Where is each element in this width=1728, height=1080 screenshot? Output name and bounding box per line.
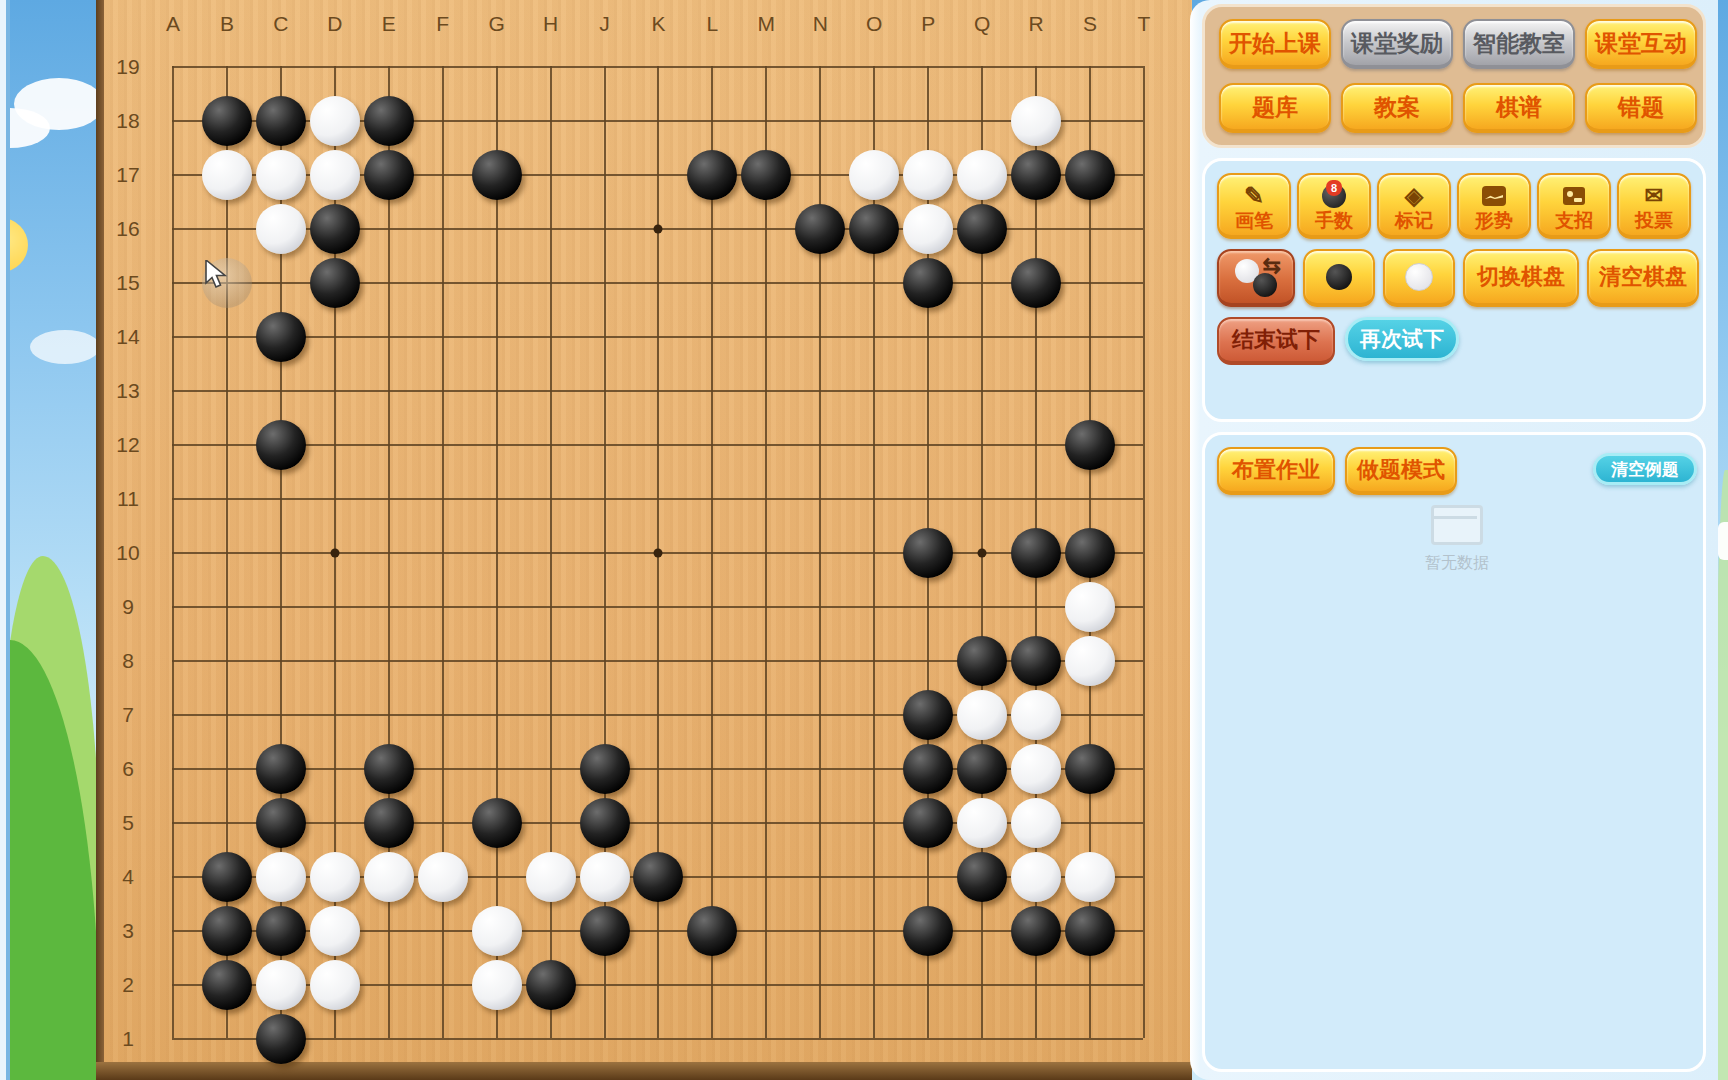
stone-white-Q5 (957, 798, 1007, 848)
col-label-K: K (651, 12, 665, 36)
assign-homework-button[interactable]: 布置作业 (1217, 447, 1335, 495)
top-button-3[interactable]: 课堂互动 (1585, 19, 1697, 69)
stone-black-S10 (1065, 528, 1115, 578)
stone-white-R5 (1011, 798, 1061, 848)
stone-black-C6 (256, 744, 306, 794)
stone-black-J5 (580, 798, 630, 848)
cloud-graphic (30, 330, 100, 364)
stone-white-R6 (1011, 744, 1061, 794)
stone-black-R15 (1011, 258, 1061, 308)
hint-icon (1563, 183, 1585, 209)
white-stone-button[interactable] (1383, 249, 1455, 307)
empty-state: 暂无数据 (1205, 505, 1709, 574)
stone-white-J4 (580, 852, 630, 902)
stone-black-O16 (849, 204, 899, 254)
stone-black-P5 (903, 798, 953, 848)
tool-button-move-count-icon[interactable]: 8 手数 (1297, 173, 1371, 239)
row-label-18: 18 (116, 109, 139, 133)
row-label-10: 10 (116, 541, 139, 565)
stone-black-G17 (472, 150, 522, 200)
stone-black-R3 (1011, 906, 1061, 956)
empty-state-text: 暂无数据 (1425, 553, 1489, 574)
stone-black-C14 (256, 312, 306, 362)
territory-chart-icon (1482, 183, 1506, 209)
stone-black-S12 (1065, 420, 1115, 470)
grid-vline (1143, 66, 1145, 1038)
grid-vline (765, 66, 767, 1038)
row-label-15: 15 (116, 271, 139, 295)
library-button-2[interactable]: 棋谱 (1463, 83, 1575, 133)
row-label-5: 5 (122, 811, 134, 835)
tool-button-marker-icon[interactable]: ◈ 标记 (1377, 173, 1451, 239)
black-stone-icon (1326, 264, 1352, 290)
stone-black-M17 (741, 150, 791, 200)
marker-icon: ◈ (1405, 183, 1423, 209)
stone-black-J3 (580, 906, 630, 956)
stone-white-B17 (202, 150, 252, 200)
col-label-G: G (488, 12, 504, 36)
col-label-R: R (1028, 12, 1043, 36)
stone-white-C4 (256, 852, 306, 902)
board-bottom-border (96, 1062, 1192, 1080)
stone-white-R18 (1011, 96, 1061, 146)
stone-black-S3 (1065, 906, 1115, 956)
move-count-icon: 8 (1322, 183, 1346, 209)
stone-black-C18 (256, 96, 306, 146)
col-label-H: H (543, 12, 558, 36)
stone-black-E5 (364, 798, 414, 848)
clear-examples-button[interactable]: 清空例题 (1593, 453, 1697, 485)
stone-black-P15 (903, 258, 953, 308)
stone-black-R10 (1011, 528, 1061, 578)
stone-white-P17 (903, 150, 953, 200)
row-label-6: 6 (122, 757, 134, 781)
stone-black-J6 (580, 744, 630, 794)
stone-white-D2 (310, 960, 360, 1010)
row-label-2: 2 (122, 973, 134, 997)
tools-card: ✎ 画笔 8 手数 ◈ 标记 形势 支招 ✉ 投票 ⇆ 切换棋盘 清空棋盘结束试… (1202, 158, 1706, 422)
row-label-19: 19 (116, 55, 139, 79)
row-label-9: 9 (122, 595, 134, 619)
white-stone-icon (1405, 263, 1433, 291)
stone-black-C5 (256, 798, 306, 848)
library-button-3[interactable]: 错题 (1585, 83, 1697, 133)
tool-button-vote-icon[interactable]: ✉ 投票 (1617, 173, 1691, 239)
control-panel: 开始上课课堂奖励智能教室课堂互动题库教案棋谱错题 ✎ 画笔 8 手数 ◈ 标记 … (1190, 0, 1718, 1080)
top-button-1[interactable]: 课堂奖励 (1341, 19, 1453, 69)
stone-white-P16 (903, 204, 953, 254)
stone-black-C1 (256, 1014, 306, 1064)
stone-black-P10 (903, 528, 953, 578)
stone-black-Q6 (957, 744, 1007, 794)
row-label-7: 7 (122, 703, 134, 727)
row-label-14: 14 (116, 325, 139, 349)
col-label-A: A (166, 12, 180, 36)
row-label-13: 13 (116, 379, 139, 403)
stone-white-C2 (256, 960, 306, 1010)
empty-box-icon (1431, 505, 1483, 545)
stone-black-H2 (526, 960, 576, 1010)
stone-black-Q4 (957, 852, 1007, 902)
stone-white-R4 (1011, 852, 1061, 902)
col-label-T: T (1137, 12, 1150, 36)
col-label-N: N (813, 12, 828, 36)
stone-white-Q7 (957, 690, 1007, 740)
stone-white-C17 (256, 150, 306, 200)
col-label-C: C (273, 12, 288, 36)
library-button-1[interactable]: 教案 (1341, 83, 1453, 133)
exercise-mode-button[interactable]: 做题模式 (1345, 447, 1457, 495)
stone-black-P7 (903, 690, 953, 740)
stone-black-Q16 (957, 204, 1007, 254)
stone-black-S6 (1065, 744, 1115, 794)
stone-black-E17 (364, 150, 414, 200)
grid-vline (496, 66, 498, 1038)
row-label-11: 11 (117, 487, 139, 511)
col-label-Q: Q (974, 12, 990, 36)
stone-white-D3 (310, 906, 360, 956)
top-button-0[interactable]: 开始上课 (1219, 19, 1331, 69)
stone-black-D15 (310, 258, 360, 308)
class-actions-card: 开始上课课堂奖励智能教室课堂互动题库教案棋谱错题 (1202, 4, 1706, 148)
stone-black-B4 (202, 852, 252, 902)
stone-black-P6 (903, 744, 953, 794)
grid-hline (172, 1038, 1143, 1040)
stone-white-E4 (364, 852, 414, 902)
col-label-D: D (327, 12, 342, 36)
stone-white-D18 (310, 96, 360, 146)
swap-stones-button[interactable]: ⇆ (1217, 249, 1295, 307)
col-label-E: E (382, 12, 396, 36)
vote-icon: ✉ (1645, 183, 1663, 209)
stone-white-R7 (1011, 690, 1061, 740)
library-button-0[interactable]: 题库 (1219, 83, 1331, 133)
row-label-3: 3 (122, 919, 134, 943)
stone-black-C3 (256, 906, 306, 956)
stone-white-S4 (1065, 852, 1115, 902)
col-label-B: B (220, 12, 234, 36)
clear-board-button[interactable]: 清空棋盘 (1587, 249, 1699, 307)
row-label-16: 16 (116, 217, 139, 241)
stone-white-G2 (472, 960, 522, 1010)
board-left-border (96, 0, 104, 1080)
stone-black-E18 (364, 96, 414, 146)
tool-button-territory-chart-icon[interactable]: 形势 (1457, 173, 1531, 239)
stone-white-D4 (310, 852, 360, 902)
black-stone-button[interactable] (1303, 249, 1375, 307)
stone-black-L17 (687, 150, 737, 200)
row-label-8: 8 (122, 649, 134, 673)
top-button-2[interactable]: 智能教室 (1463, 19, 1575, 69)
stone-black-K4 (633, 852, 683, 902)
switch-board-button[interactable]: 切换棋盘 (1463, 249, 1579, 307)
stone-black-B18 (202, 96, 252, 146)
stone-white-S9 (1065, 582, 1115, 632)
homework-card: 暂无数据 布置作业 做题模式 清空例题 (1202, 432, 1706, 1072)
grid-vline (711, 66, 713, 1038)
stone-white-S8 (1065, 636, 1115, 686)
stone-black-B3 (202, 906, 252, 956)
stone-black-C12 (256, 420, 306, 470)
col-label-L: L (707, 12, 719, 36)
stone-black-L3 (687, 906, 737, 956)
tool-button-pencil-icon[interactable]: ✎ 画笔 (1217, 173, 1291, 239)
right-panel-sliver (1718, 522, 1728, 560)
stone-white-O17 (849, 150, 899, 200)
col-label-F: F (436, 12, 449, 36)
stone-white-H4 (526, 852, 576, 902)
col-label-O: O (866, 12, 882, 36)
stone-black-R8 (1011, 636, 1061, 686)
stone-white-F4 (418, 852, 468, 902)
stone-white-D17 (310, 150, 360, 200)
grid-vline (172, 66, 174, 1038)
star-point-D10 (330, 549, 339, 558)
col-label-M: M (758, 12, 776, 36)
stone-black-S17 (1065, 150, 1115, 200)
col-label-P: P (921, 12, 935, 36)
stone-white-Q17 (957, 150, 1007, 200)
star-point-Q10 (978, 549, 987, 558)
end-trial-button[interactable]: 结束试下 (1217, 317, 1335, 365)
row-label-17: 17 (116, 163, 139, 187)
stone-black-P3 (903, 906, 953, 956)
app-screen: { "game": "go", "board": { "size": 19, "… (0, 0, 1728, 1080)
stone-black-B2 (202, 960, 252, 1010)
stone-black-G5 (472, 798, 522, 848)
col-label-S: S (1083, 12, 1097, 36)
stone-black-D16 (310, 204, 360, 254)
tool-button-hint-icon[interactable]: 支招 (1537, 173, 1611, 239)
stone-black-N16 (795, 204, 845, 254)
star-point-K10 (654, 549, 663, 558)
retry-trial-button[interactable]: 再次试下 (1345, 317, 1459, 361)
col-label-J: J (599, 12, 610, 36)
stone-black-R17 (1011, 150, 1061, 200)
mouse-cursor (205, 260, 231, 290)
pencil-icon: ✎ (1244, 183, 1264, 209)
swap-stones-icon: ⇆ (1233, 257, 1279, 297)
row-label-4: 4 (122, 865, 134, 889)
stone-black-E6 (364, 744, 414, 794)
stone-black-Q8 (957, 636, 1007, 686)
stone-white-C16 (256, 204, 306, 254)
row-label-1: 1 (122, 1027, 134, 1051)
stone-white-G3 (472, 906, 522, 956)
star-point-K16 (654, 225, 663, 234)
window-left-edge-line (6, 0, 10, 1080)
row-label-12: 12 (116, 433, 139, 457)
